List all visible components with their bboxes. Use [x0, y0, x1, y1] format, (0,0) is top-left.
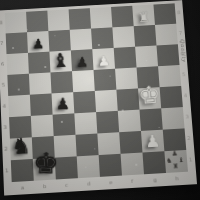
square-d4 [73, 91, 96, 113]
corner-logo: ♟♞♝♜ [164, 150, 188, 173]
square-e7 [91, 27, 114, 49]
square-g1 [142, 151, 166, 174]
rank-label-right-3: 3 [185, 114, 189, 119]
dust-speck [98, 44, 100, 46]
square-f1 [121, 153, 144, 176]
rank-label-left-8: 8 [0, 21, 3, 26]
rank-label-right-2: 2 [187, 136, 191, 141]
file-label-d: d [87, 181, 90, 186]
square-c2 [54, 135, 77, 158]
square-d6 [71, 49, 94, 71]
square-b2 [32, 136, 55, 159]
square-b8 [26, 11, 48, 33]
square-b5 [29, 72, 52, 94]
square-f6 [114, 47, 137, 69]
corner-logo-glyph: ♜ [172, 163, 179, 170]
file-label-a: a [21, 185, 24, 190]
square-h3 [161, 107, 184, 130]
square-g4 [138, 87, 161, 109]
square-e2 [97, 132, 120, 155]
rank-label-left-7: 7 [0, 41, 3, 46]
square-g2 [141, 130, 164, 153]
square-a5 [7, 74, 30, 96]
square-e3 [96, 111, 119, 134]
square-b1 [33, 158, 56, 181]
file-label-b: b [43, 184, 46, 189]
rank-label-left-6: 6 [1, 62, 4, 67]
square-c1 [55, 156, 78, 179]
square-f2 [119, 131, 142, 154]
square-d3 [74, 112, 97, 135]
rank-label-right-5: 5 [182, 72, 185, 77]
square-e1 [99, 154, 122, 177]
dust-speck [27, 29, 28, 30]
square-f7 [112, 26, 135, 48]
square-e5 [94, 69, 117, 91]
rank-label-right-1: 1 [189, 158, 193, 163]
file-label-e: e [109, 180, 112, 185]
square-a7 [6, 32, 28, 54]
chess-board: abcdefgh8877665544332211♜♟♝♟♟♟♚♞♟♚♟♞♝♜ Q… [0, 0, 197, 195]
file-label-f: f [131, 179, 133, 184]
square-d2 [76, 133, 99, 156]
dust-speck [85, 167, 86, 168]
square-d1 [77, 155, 100, 178]
dust-speck [146, 60, 147, 61]
dust-speck [54, 35, 55, 36]
dust-speck [18, 89, 20, 91]
dust-speck [44, 66, 46, 68]
dust-speck [71, 93, 72, 94]
square-g6 [135, 45, 158, 67]
square-h4 [160, 86, 183, 108]
dust-speck [61, 121, 63, 123]
square-f4 [116, 88, 139, 110]
rank-label-right-4: 4 [184, 93, 188, 98]
square-d7 [70, 29, 93, 51]
photo-scene: abcdefgh8877665544332211♜♟♝♟♟♟♚♞♟♚♟♞♝♜ Q… [0, 0, 200, 200]
dust-speck [159, 127, 160, 128]
rank-label-left-3: 3 [3, 125, 6, 130]
dust-speck [42, 134, 43, 135]
rank-label-right-7: 7 [179, 31, 182, 36]
square-a3 [9, 116, 32, 139]
square-f5 [115, 67, 138, 89]
square-g8 [132, 5, 155, 27]
square-b7 [27, 31, 49, 53]
rank-label-left-1: 1 [5, 168, 8, 173]
square-h7 [155, 24, 178, 46]
square-h8 [153, 3, 176, 25]
square-g7 [134, 25, 157, 47]
file-label-h: h [175, 176, 179, 181]
square-c4 [52, 92, 75, 114]
square-e6 [92, 48, 115, 70]
corner-logo-glyph: ♝ [178, 157, 185, 164]
file-label-c: c [65, 183, 68, 188]
rank-label-left-2: 2 [4, 147, 7, 152]
square-e4 [95, 90, 118, 112]
file-label-g: g [153, 178, 157, 183]
square-b4 [30, 93, 53, 115]
square-a4 [8, 95, 31, 117]
square-d8 [69, 8, 91, 30]
square-f3 [118, 110, 141, 133]
square-b6 [28, 52, 50, 74]
dust-speck [135, 164, 137, 166]
square-f8 [111, 6, 134, 28]
square-a1 [11, 159, 34, 182]
square-a8 [5, 12, 27, 34]
dust-speck [12, 47, 14, 49]
square-a6 [6, 53, 28, 75]
square-c5 [50, 71, 73, 93]
square-h6 [156, 44, 179, 66]
square-c6 [49, 50, 72, 72]
square-d5 [72, 70, 95, 92]
rank-label-left-4: 4 [3, 104, 6, 109]
rank-label-left-5: 5 [2, 83, 5, 88]
square-h2 [163, 128, 186, 151]
square-a2 [10, 137, 33, 160]
square-c3 [53, 113, 76, 136]
square-h5 [158, 65, 181, 87]
board-brand-text: Quality [179, 39, 187, 63]
dust-speck [110, 76, 111, 77]
dust-speck [122, 110, 124, 112]
square-c8 [47, 9, 69, 31]
board-grid: abcdefgh8877665544332211♜♟♝♟♟♟♚♞♟♚♟♞♝♜ [5, 3, 188, 182]
rank-label-right-8: 8 [177, 10, 180, 15]
square-e8 [90, 7, 113, 29]
square-c7 [48, 30, 70, 52]
dust-speck [94, 148, 95, 149]
square-g5 [137, 66, 160, 88]
